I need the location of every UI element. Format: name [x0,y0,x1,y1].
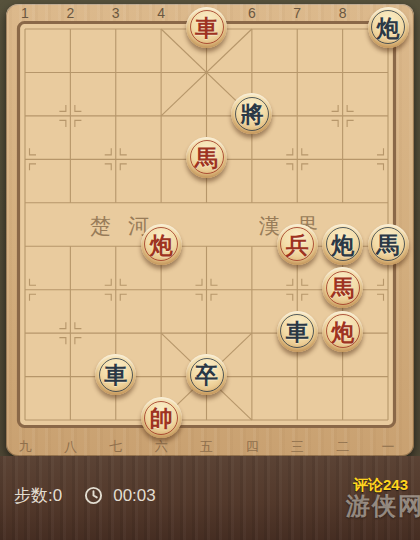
clock-icon [84,486,103,505]
piece-red-cannon[interactable]: 炮 [322,311,363,352]
piece-black-general[interactable]: 將 [231,93,272,134]
piece-glyph: 卒 [195,363,218,386]
piece-black-chariot[interactable]: 車 [95,354,136,395]
game-timer: 00:03 [113,486,156,506]
xiangqi-app: 123456789 九八七六五四三二一 楚河 漢界 車炮將馬炮兵炮馬馬車炮車卒帥… [0,0,420,540]
move-counter: 步数:0 [14,484,62,507]
piece-black-chariot[interactable]: 車 [277,311,318,352]
piece-glyph: 帥 [150,406,173,429]
piece-glyph: 炮 [377,16,400,39]
piece-glyph: 車 [104,363,127,386]
piece-glyph: 炮 [331,320,354,343]
status-bar: 步数:0 00:03 评论243 游侠网 [0,456,420,540]
piece-black-cannon[interactable]: 炮 [368,7,409,48]
piece-red-chariot[interactable]: 車 [186,7,227,48]
piece-red-horse[interactable]: 馬 [322,267,363,308]
piece-red-general[interactable]: 帥 [141,397,182,438]
piece-grid: 車炮將馬炮兵炮馬馬車炮車卒帥 [2,7,410,441]
piece-glyph: 將 [240,102,263,125]
piece-glyph: 馬 [377,233,400,256]
piece-glyph: 兵 [286,233,309,256]
piece-red-horse[interactable]: 馬 [186,137,227,178]
piece-glyph: 馬 [331,276,354,299]
piece-glyph: 車 [195,16,218,39]
piece-black-horse[interactable]: 馬 [368,224,409,265]
piece-glyph: 車 [286,320,309,343]
xiangqi-board[interactable]: 123456789 九八七六五四三二一 楚河 漢界 車炮將馬炮兵炮馬馬車炮車卒帥 [6,4,414,456]
piece-red-cannon[interactable]: 炮 [141,224,182,265]
piece-black-pawn[interactable]: 卒 [186,354,227,395]
piece-black-cannon[interactable]: 炮 [322,224,363,265]
piece-glyph: 馬 [195,146,218,169]
piece-red-soldier[interactable]: 兵 [277,224,318,265]
piece-glyph: 炮 [150,233,173,256]
piece-glyph: 炮 [331,233,354,256]
comments-badge[interactable]: 评论243 [353,476,408,495]
